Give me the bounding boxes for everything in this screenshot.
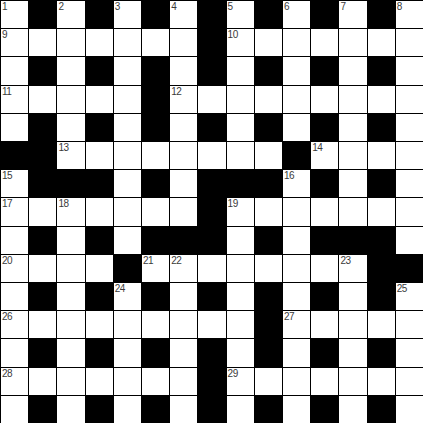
- cell-r14c6[interactable]: [170, 396, 197, 423]
- block-cell-r8c6: [170, 227, 197, 254]
- block-cell-r9c4: [114, 255, 141, 282]
- cell-r5c14[interactable]: [396, 142, 423, 169]
- cell-r5c7[interactable]: [198, 142, 225, 169]
- clue-number-27: 27: [284, 311, 294, 322]
- block-cell-r2c7: [198, 57, 225, 84]
- block-cell-r14c7: [198, 396, 225, 423]
- cell-r13c3[interactable]: [86, 368, 113, 395]
- clue-number-4: 4: [171, 1, 176, 12]
- block-cell-r0c7: [198, 1, 225, 28]
- cell-r13c2[interactable]: [57, 368, 84, 395]
- block-cell-r0c1: [29, 1, 56, 28]
- cell-r9c5[interactable]: 21: [142, 255, 169, 282]
- cell-r1c11[interactable]: [311, 29, 338, 56]
- block-cell-r12c9: [255, 339, 282, 366]
- block-cell-r14c5: [142, 396, 169, 423]
- cell-r3c2[interactable]: [57, 86, 84, 113]
- clue-number-11: 11: [2, 86, 11, 97]
- cell-r5c4[interactable]: [114, 142, 141, 169]
- cell-r10c4[interactable]: 24: [114, 283, 141, 310]
- cell-r9c12[interactable]: 23: [339, 255, 366, 282]
- cell-r6c12[interactable]: [339, 170, 366, 197]
- clue-number-15: 15: [2, 170, 12, 181]
- cell-r10c6[interactable]: [170, 283, 197, 310]
- cell-r2c2[interactable]: [57, 57, 84, 84]
- cell-r13c6[interactable]: [170, 368, 197, 395]
- cell-r9c9[interactable]: [255, 255, 282, 282]
- cell-r12c8[interactable]: [227, 339, 254, 366]
- cell-r12c2[interactable]: [57, 339, 84, 366]
- block-cell-r0c3: [86, 1, 113, 28]
- cell-r0c2[interactable]: 2: [57, 1, 84, 28]
- cell-r3c9[interactable]: [255, 86, 282, 113]
- clue-number-25: 25: [397, 283, 407, 294]
- clue-number-2: 2: [58, 1, 63, 12]
- block-cell-r6c1: [29, 170, 56, 197]
- cell-r9c3[interactable]: [86, 255, 113, 282]
- block-cell-r6c9: [255, 170, 282, 197]
- block-cell-r8c1: [29, 227, 56, 254]
- block-cell-r13c7: [198, 368, 225, 395]
- cell-r3c4[interactable]: [114, 86, 141, 113]
- cell-r7c1[interactable]: [29, 198, 56, 225]
- cell-r5c12[interactable]: [339, 142, 366, 169]
- cell-r0c6[interactable]: 4: [170, 1, 197, 28]
- cell-r3c10[interactable]: [283, 86, 310, 113]
- clue-number-24: 24: [115, 283, 125, 294]
- cell-r4c12[interactable]: [339, 114, 366, 141]
- crossword-puzzle: 1234567891011121314151617181920212223242…: [0, 0, 423, 423]
- cell-r11c8[interactable]: [227, 311, 254, 338]
- block-cell-r9c13: [368, 255, 395, 282]
- cell-r0c4[interactable]: 3: [114, 1, 141, 28]
- cell-r11c14[interactable]: [396, 311, 423, 338]
- block-cell-r14c13: [368, 396, 395, 423]
- block-cell-r11c9: [255, 311, 282, 338]
- cell-r5c11[interactable]: 14: [311, 142, 338, 169]
- cell-r1c1[interactable]: [29, 29, 56, 56]
- block-cell-r6c2: [57, 170, 84, 197]
- clue-number-3: 3: [115, 1, 120, 12]
- block-cell-r8c12: [339, 227, 366, 254]
- cell-r11c6[interactable]: [170, 311, 197, 338]
- clue-number-21: 21: [143, 255, 153, 266]
- block-cell-r5c1: [29, 142, 56, 169]
- clue-number-23: 23: [340, 255, 350, 266]
- cell-r7c0[interactable]: 17: [1, 198, 28, 225]
- cell-r7c9[interactable]: [255, 198, 282, 225]
- cell-r10c10[interactable]: [283, 283, 310, 310]
- cell-r14c0[interactable]: [1, 396, 28, 423]
- block-cell-r12c1: [29, 339, 56, 366]
- clue-number-28: 28: [2, 368, 12, 379]
- clue-number-13: 13: [58, 142, 68, 153]
- cell-r13c9[interactable]: [255, 368, 282, 395]
- cell-r13c10[interactable]: [283, 368, 310, 395]
- cell-r7c12[interactable]: [339, 198, 366, 225]
- cell-r1c4[interactable]: [114, 29, 141, 56]
- cell-r0c12[interactable]: 7: [339, 1, 366, 28]
- block-cell-r0c5: [142, 1, 169, 28]
- cell-r6c10[interactable]: 16: [283, 170, 310, 197]
- cell-r9c11[interactable]: [311, 255, 338, 282]
- cell-r11c2[interactable]: [57, 311, 84, 338]
- cell-r14c2[interactable]: [57, 396, 84, 423]
- cell-r10c2[interactable]: [57, 283, 84, 310]
- cell-r4c4[interactable]: [114, 114, 141, 141]
- cell-r9c1[interactable]: [29, 255, 56, 282]
- cell-r7c8[interactable]: 19: [227, 198, 254, 225]
- cell-r8c14[interactable]: [396, 227, 423, 254]
- cell-r1c8[interactable]: 10: [227, 29, 254, 56]
- cell-r11c7[interactable]: [198, 311, 225, 338]
- block-cell-r12c3: [86, 339, 113, 366]
- cell-r1c13[interactable]: [368, 29, 395, 56]
- clue-number-9: 9: [2, 29, 7, 40]
- cell-r4c6[interactable]: [170, 114, 197, 141]
- cell-r8c8[interactable]: [227, 227, 254, 254]
- cell-r3c8[interactable]: [227, 86, 254, 113]
- block-cell-r8c7: [198, 227, 225, 254]
- cell-r4c10[interactable]: [283, 114, 310, 141]
- cell-r3c7[interactable]: [198, 86, 225, 113]
- cell-r7c13[interactable]: [368, 198, 395, 225]
- cell-r7c11[interactable]: [311, 198, 338, 225]
- clue-number-26: 26: [2, 311, 12, 322]
- block-cell-r6c3: [86, 170, 113, 197]
- block-cell-r14c3: [86, 396, 113, 423]
- block-cell-r14c11: [311, 396, 338, 423]
- cell-r14c8[interactable]: [227, 396, 254, 423]
- clue-number-1: 1: [2, 1, 7, 12]
- block-cell-r1c7: [198, 29, 225, 56]
- block-cell-r6c7: [198, 170, 225, 197]
- clue-number-29: 29: [228, 368, 238, 379]
- cell-r2c6[interactable]: [170, 57, 197, 84]
- cell-r1c14[interactable]: [396, 29, 423, 56]
- block-cell-r2c13: [368, 57, 395, 84]
- cell-r3c3[interactable]: [86, 86, 113, 113]
- cell-r5c3[interactable]: [86, 142, 113, 169]
- cell-r2c0[interactable]: [1, 57, 28, 84]
- block-cell-r6c13: [368, 170, 395, 197]
- cell-r5c2[interactable]: 13: [57, 142, 84, 169]
- cell-r0c10[interactable]: 6: [283, 1, 310, 28]
- cell-r1c6[interactable]: [170, 29, 197, 56]
- cell-r8c2[interactable]: [57, 227, 84, 254]
- cell-r6c0[interactable]: 15: [1, 170, 28, 197]
- cell-r4c8[interactable]: [227, 114, 254, 141]
- block-cell-r5c10: [283, 142, 310, 169]
- cell-r1c9[interactable]: [255, 29, 282, 56]
- block-cell-r6c11: [311, 170, 338, 197]
- cell-r11c13[interactable]: [368, 311, 395, 338]
- cell-r2c4[interactable]: [114, 57, 141, 84]
- block-cell-r10c7: [198, 283, 225, 310]
- cell-r11c4[interactable]: [114, 311, 141, 338]
- block-cell-r10c11: [311, 283, 338, 310]
- cell-r4c0[interactable]: [1, 114, 28, 141]
- block-cell-r6c8: [227, 170, 254, 197]
- cell-r0c14[interactable]: 8: [396, 1, 423, 28]
- cell-r13c12[interactable]: [339, 368, 366, 395]
- cell-r2c10[interactable]: [283, 57, 310, 84]
- cell-r7c3[interactable]: [86, 198, 113, 225]
- block-cell-r10c13: [368, 283, 395, 310]
- cell-r5c5[interactable]: [142, 142, 169, 169]
- block-cell-r10c3: [86, 283, 113, 310]
- cell-r3c14[interactable]: [396, 86, 423, 113]
- clue-number-6: 6: [284, 1, 289, 12]
- cell-r1c5[interactable]: [142, 29, 169, 56]
- cell-r11c10[interactable]: 27: [283, 311, 310, 338]
- cell-r5c6[interactable]: [170, 142, 197, 169]
- cell-r7c14[interactable]: [396, 198, 423, 225]
- cell-r2c8[interactable]: [227, 57, 254, 84]
- clue-number-5: 5: [228, 1, 233, 12]
- block-cell-r5c0: [1, 142, 28, 169]
- clue-number-22: 22: [171, 255, 181, 266]
- cell-r14c14[interactable]: [396, 396, 423, 423]
- block-cell-r0c13: [368, 1, 395, 28]
- cell-r13c5[interactable]: [142, 368, 169, 395]
- block-cell-r2c5: [142, 57, 169, 84]
- block-cell-r8c3: [86, 227, 113, 254]
- cell-r5c8[interactable]: [227, 142, 254, 169]
- block-cell-r14c1: [29, 396, 56, 423]
- cell-r8c4[interactable]: [114, 227, 141, 254]
- block-cell-r10c5: [142, 283, 169, 310]
- block-cell-r0c9: [255, 1, 282, 28]
- cell-r2c14[interactable]: [396, 57, 423, 84]
- cell-r11c3[interactable]: [86, 311, 113, 338]
- cell-r1c12[interactable]: [339, 29, 366, 56]
- clue-number-12: 12: [171, 86, 181, 97]
- cell-r5c9[interactable]: [255, 142, 282, 169]
- block-cell-r8c5: [142, 227, 169, 254]
- block-cell-r8c9: [255, 227, 282, 254]
- clue-number-16: 16: [284, 170, 294, 181]
- cell-r10c14[interactable]: 25: [396, 283, 423, 310]
- cell-r3c12[interactable]: [339, 86, 366, 113]
- cell-r12c4[interactable]: [114, 339, 141, 366]
- cell-r12c10[interactable]: [283, 339, 310, 366]
- cell-r6c4[interactable]: [114, 170, 141, 197]
- cell-r13c14[interactable]: [396, 368, 423, 395]
- crossword-board: 1234567891011121314151617181920212223242…: [0, 0, 423, 423]
- block-cell-r9c14: [396, 255, 423, 282]
- cell-r10c0[interactable]: [1, 283, 28, 310]
- block-cell-r2c9: [255, 57, 282, 84]
- cell-r0c8[interactable]: 5: [227, 1, 254, 28]
- cell-r3c0[interactable]: 11: [1, 86, 28, 113]
- block-cell-r12c5: [142, 339, 169, 366]
- cell-r8c10[interactable]: [283, 227, 310, 254]
- cell-r3c11[interactable]: [311, 86, 338, 113]
- cell-r3c13[interactable]: [368, 86, 395, 113]
- cell-r11c1[interactable]: [29, 311, 56, 338]
- cell-r1c0[interactable]: 9: [1, 29, 28, 56]
- cell-r14c10[interactable]: [283, 396, 310, 423]
- block-cell-r0c11: [311, 1, 338, 28]
- cell-r7c4[interactable]: [114, 198, 141, 225]
- cell-r12c0[interactable]: [1, 339, 28, 366]
- block-cell-r12c11: [311, 339, 338, 366]
- block-cell-r12c13: [368, 339, 395, 366]
- cell-r3c6[interactable]: 12: [170, 86, 197, 113]
- clue-number-8: 8: [397, 1, 402, 12]
- block-cell-r4c9: [255, 114, 282, 141]
- cell-r7c5[interactable]: [142, 198, 169, 225]
- cell-r6c14[interactable]: [396, 170, 423, 197]
- block-cell-r12c7: [198, 339, 225, 366]
- block-cell-r3c5: [142, 86, 169, 113]
- cell-r7c6[interactable]: [170, 198, 197, 225]
- clue-number-18: 18: [58, 198, 68, 209]
- block-cell-r2c3: [86, 57, 113, 84]
- clue-number-17: 17: [2, 198, 12, 209]
- cell-r3c1[interactable]: [29, 86, 56, 113]
- cell-r14c12[interactable]: [339, 396, 366, 423]
- cell-r13c1[interactable]: [29, 368, 56, 395]
- block-cell-r7c7: [198, 198, 225, 225]
- cell-r10c8[interactable]: [227, 283, 254, 310]
- block-cell-r4c13: [368, 114, 395, 141]
- cell-r11c5[interactable]: [142, 311, 169, 338]
- cell-r13c4[interactable]: [114, 368, 141, 395]
- cell-r12c14[interactable]: [396, 339, 423, 366]
- cell-r13c0[interactable]: 28: [1, 368, 28, 395]
- cell-r1c10[interactable]: [283, 29, 310, 56]
- cell-r2c12[interactable]: [339, 57, 366, 84]
- cell-r5c13[interactable]: [368, 142, 395, 169]
- cell-r7c2[interactable]: 18: [57, 198, 84, 225]
- clue-number-14: 14: [312, 142, 322, 153]
- clue-number-20: 20: [2, 255, 12, 266]
- cell-r0c0[interactable]: 1: [1, 1, 28, 28]
- cell-r9c2[interactable]: [57, 255, 84, 282]
- cell-r8c0[interactable]: [1, 227, 28, 254]
- block-cell-r8c13: [368, 227, 395, 254]
- block-cell-r2c1: [29, 57, 56, 84]
- clue-number-19: 19: [228, 198, 238, 209]
- block-cell-r10c1: [29, 283, 56, 310]
- block-cell-r10c9: [255, 283, 282, 310]
- cell-r9c0[interactable]: 20: [1, 255, 28, 282]
- block-cell-r4c5: [142, 114, 169, 141]
- block-cell-r4c7: [198, 114, 225, 141]
- block-cell-r4c11: [311, 114, 338, 141]
- cell-r13c13[interactable]: [368, 368, 395, 395]
- cell-r13c8[interactable]: 29: [227, 368, 254, 395]
- cell-r14c4[interactable]: [114, 396, 141, 423]
- cell-r11c11[interactable]: [311, 311, 338, 338]
- clue-number-7: 7: [340, 1, 345, 12]
- block-cell-r4c3: [86, 114, 113, 141]
- cell-r9c6[interactable]: 22: [170, 255, 197, 282]
- block-cell-r4c1: [29, 114, 56, 141]
- cell-r4c2[interactable]: [57, 114, 84, 141]
- cell-r6c6[interactable]: [170, 170, 197, 197]
- cell-r9c8[interactable]: [227, 255, 254, 282]
- cell-r12c6[interactable]: [170, 339, 197, 366]
- block-cell-r6c5: [142, 170, 169, 197]
- block-cell-r14c9: [255, 396, 282, 423]
- cell-r12c12[interactable]: [339, 339, 366, 366]
- cell-r11c0[interactable]: 26: [1, 311, 28, 338]
- cell-r9c7[interactable]: [198, 255, 225, 282]
- cell-r1c3[interactable]: [86, 29, 113, 56]
- clue-number-10: 10: [228, 29, 238, 40]
- cell-r11c12[interactable]: [339, 311, 366, 338]
- cell-r10c12[interactable]: [339, 283, 366, 310]
- cell-r4c14[interactable]: [396, 114, 423, 141]
- cell-r9c10[interactable]: [283, 255, 310, 282]
- block-cell-r2c11: [311, 57, 338, 84]
- cell-r13c11[interactable]: [311, 368, 338, 395]
- block-cell-r8c11: [311, 227, 338, 254]
- cell-r7c10[interactable]: [283, 198, 310, 225]
- cell-r1c2[interactable]: [57, 29, 84, 56]
